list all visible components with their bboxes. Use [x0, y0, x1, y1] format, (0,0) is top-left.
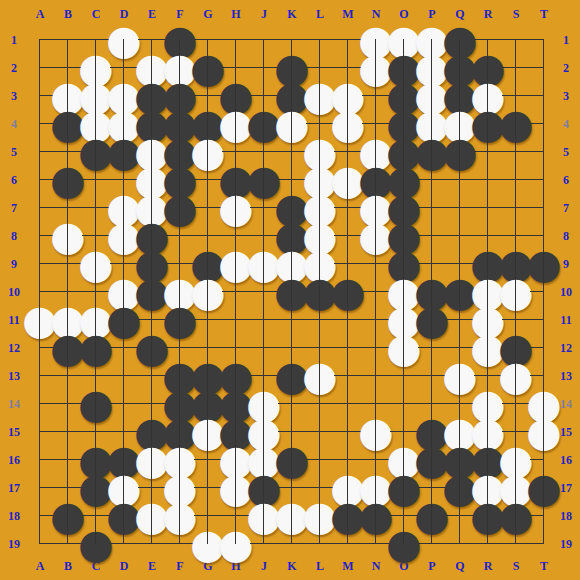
intersection-K8[interactable]: ● [278, 222, 306, 250]
intersection-B17[interactable] [54, 474, 82, 502]
intersection-F14[interactable]: ● [166, 390, 194, 418]
intersection-K15[interactable] [278, 418, 306, 446]
intersection-A19[interactable] [26, 530, 54, 558]
intersection-F17[interactable]: ● [166, 474, 194, 502]
intersection-D10[interactable]: ● [110, 278, 138, 306]
intersection-H17[interactable]: ● [222, 474, 250, 502]
intersection-Q14[interactable] [446, 390, 474, 418]
intersection-K3[interactable]: ● [278, 82, 306, 110]
intersection-O1[interactable]: ● [390, 26, 418, 54]
intersection-A8[interactable] [26, 222, 54, 250]
intersection-P5[interactable]: ● [418, 138, 446, 166]
intersection-D9[interactable] [110, 250, 138, 278]
intersection-H14[interactable]: ● [222, 390, 250, 418]
intersection-P9[interactable] [418, 250, 446, 278]
intersection-R16[interactable]: ● [474, 446, 502, 474]
intersection-Q13[interactable]: ● [446, 362, 474, 390]
intersection-T9[interactable]: ● [530, 250, 558, 278]
intersection-K19[interactable] [278, 530, 306, 558]
intersection-Q3[interactable]: ● [446, 82, 474, 110]
intersection-E6[interactable]: ● [138, 166, 166, 194]
intersection-R11[interactable]: ● [474, 306, 502, 334]
intersection-P14[interactable] [418, 390, 446, 418]
intersection-E18[interactable]: ● [138, 502, 166, 530]
intersection-S19[interactable] [502, 530, 530, 558]
intersection-M18[interactable]: ● [334, 502, 362, 530]
intersection-S8[interactable] [502, 222, 530, 250]
intersection-C12[interactable]: ● [82, 334, 110, 362]
intersection-D2[interactable] [110, 54, 138, 82]
intersection-J14[interactable]: ● [250, 390, 278, 418]
intersection-A15[interactable] [26, 418, 54, 446]
intersection-T12[interactable] [530, 334, 558, 362]
intersection-O12[interactable]: ● [390, 334, 418, 362]
intersection-Q9[interactable] [446, 250, 474, 278]
intersection-A13[interactable] [26, 362, 54, 390]
intersection-E16[interactable]: ● [138, 446, 166, 474]
intersection-C16[interactable]: ● [82, 446, 110, 474]
intersection-K6[interactable] [278, 166, 306, 194]
intersection-H15[interactable]: ● [222, 418, 250, 446]
intersection-G7[interactable] [194, 194, 222, 222]
intersection-F2[interactable]: ● [166, 54, 194, 82]
intersection-T8[interactable] [530, 222, 558, 250]
intersection-P12[interactable] [418, 334, 446, 362]
intersection-M9[interactable] [334, 250, 362, 278]
intersection-Q4[interactable]: ● [446, 110, 474, 138]
intersection-D18[interactable]: ● [110, 502, 138, 530]
intersection-C14[interactable]: ● [82, 390, 110, 418]
intersection-K7[interactable]: ● [278, 194, 306, 222]
intersection-N12[interactable] [362, 334, 390, 362]
intersection-G14[interactable]: ● [194, 390, 222, 418]
intersection-D5[interactable]: ● [110, 138, 138, 166]
intersection-O2[interactable]: ● [390, 54, 418, 82]
intersection-N9[interactable] [362, 250, 390, 278]
intersection-F16[interactable]: ● [166, 446, 194, 474]
intersection-J9[interactable]: ● [250, 250, 278, 278]
intersection-M3[interactable]: ● [334, 82, 362, 110]
intersection-O3[interactable]: ● [390, 82, 418, 110]
intersection-S11[interactable] [502, 306, 530, 334]
intersection-K12[interactable] [278, 334, 306, 362]
intersection-K18[interactable]: ● [278, 502, 306, 530]
intersection-T18[interactable] [530, 502, 558, 530]
intersection-A17[interactable] [26, 474, 54, 502]
intersection-J16[interactable]: ● [250, 446, 278, 474]
intersection-C13[interactable] [82, 362, 110, 390]
intersection-R19[interactable] [474, 530, 502, 558]
intersection-O15[interactable] [390, 418, 418, 446]
intersection-A9[interactable] [26, 250, 54, 278]
intersection-J12[interactable] [250, 334, 278, 362]
intersection-P2[interactable]: ● [418, 54, 446, 82]
intersection-P18[interactable]: ● [418, 502, 446, 530]
intersection-H19[interactable]: ● [222, 530, 250, 558]
intersection-F18[interactable]: ● [166, 502, 194, 530]
intersection-M13[interactable] [334, 362, 362, 390]
intersection-S1[interactable] [502, 26, 530, 54]
intersection-P10[interactable]: ● [418, 278, 446, 306]
intersection-Q7[interactable] [446, 194, 474, 222]
intersection-M8[interactable] [334, 222, 362, 250]
intersection-G5[interactable]: ● [194, 138, 222, 166]
intersection-D14[interactable] [110, 390, 138, 418]
intersection-J13[interactable] [250, 362, 278, 390]
intersection-A4[interactable] [26, 110, 54, 138]
intersection-A7[interactable] [26, 194, 54, 222]
intersection-H5[interactable] [222, 138, 250, 166]
intersection-B3[interactable]: ● [54, 82, 82, 110]
intersection-D3[interactable]: ● [110, 82, 138, 110]
intersection-R2[interactable]: ● [474, 54, 502, 82]
intersection-O13[interactable] [390, 362, 418, 390]
intersection-K2[interactable]: ● [278, 54, 306, 82]
intersection-A1[interactable] [26, 26, 54, 54]
intersection-S9[interactable]: ● [502, 250, 530, 278]
intersection-S17[interactable]: ● [502, 474, 530, 502]
intersection-F7[interactable]: ● [166, 194, 194, 222]
intersection-Q1[interactable]: ● [446, 26, 474, 54]
intersection-J5[interactable] [250, 138, 278, 166]
intersection-G1[interactable] [194, 26, 222, 54]
intersection-S13[interactable]: ● [502, 362, 530, 390]
intersection-G8[interactable] [194, 222, 222, 250]
intersection-A3[interactable] [26, 82, 54, 110]
intersection-C17[interactable]: ● [82, 474, 110, 502]
intersection-A6[interactable] [26, 166, 54, 194]
intersection-R14[interactable]: ● [474, 390, 502, 418]
intersection-A18[interactable] [26, 502, 54, 530]
intersection-F9[interactable] [166, 250, 194, 278]
intersection-G19[interactable]: ● [194, 530, 222, 558]
intersection-P17[interactable] [418, 474, 446, 502]
intersection-C2[interactable]: ● [82, 54, 110, 82]
intersection-M4[interactable]: ● [334, 110, 362, 138]
intersection-Q12[interactable] [446, 334, 474, 362]
intersection-L17[interactable] [306, 474, 334, 502]
intersection-Q2[interactable]: ● [446, 54, 474, 82]
intersection-B5[interactable] [54, 138, 82, 166]
intersection-T19[interactable] [530, 530, 558, 558]
intersection-J15[interactable]: ● [250, 418, 278, 446]
intersection-R6[interactable] [474, 166, 502, 194]
intersection-N7[interactable]: ● [362, 194, 390, 222]
intersection-J8[interactable] [250, 222, 278, 250]
intersection-K4[interactable]: ● [278, 110, 306, 138]
intersection-R10[interactable]: ● [474, 278, 502, 306]
intersection-H4[interactable]: ● [222, 110, 250, 138]
intersection-L18[interactable]: ● [306, 502, 334, 530]
intersection-R7[interactable] [474, 194, 502, 222]
intersection-M11[interactable] [334, 306, 362, 334]
intersection-N10[interactable] [362, 278, 390, 306]
intersection-D13[interactable] [110, 362, 138, 390]
intersection-O6[interactable]: ● [390, 166, 418, 194]
intersection-D12[interactable] [110, 334, 138, 362]
intersection-H8[interactable] [222, 222, 250, 250]
intersection-H11[interactable] [222, 306, 250, 334]
intersection-M7[interactable] [334, 194, 362, 222]
intersection-K16[interactable]: ● [278, 446, 306, 474]
intersection-L19[interactable] [306, 530, 334, 558]
intersection-M6[interactable]: ● [334, 166, 362, 194]
intersection-S2[interactable] [502, 54, 530, 82]
intersection-H10[interactable] [222, 278, 250, 306]
intersection-C4[interactable]: ● [82, 110, 110, 138]
intersection-O19[interactable]: ● [390, 530, 418, 558]
intersection-B7[interactable] [54, 194, 82, 222]
intersection-F10[interactable]: ● [166, 278, 194, 306]
intersection-C8[interactable] [82, 222, 110, 250]
intersection-K10[interactable]: ● [278, 278, 306, 306]
intersection-E15[interactable]: ● [138, 418, 166, 446]
intersection-L11[interactable] [306, 306, 334, 334]
intersection-P8[interactable] [418, 222, 446, 250]
intersection-F11[interactable]: ● [166, 306, 194, 334]
intersection-B12[interactable]: ● [54, 334, 82, 362]
intersection-B10[interactable] [54, 278, 82, 306]
intersection-L7[interactable]: ● [306, 194, 334, 222]
intersection-F15[interactable]: ● [166, 418, 194, 446]
intersection-N14[interactable] [362, 390, 390, 418]
intersection-T10[interactable] [530, 278, 558, 306]
intersection-M10[interactable]: ● [334, 278, 362, 306]
intersection-Q8[interactable] [446, 222, 474, 250]
intersection-E11[interactable] [138, 306, 166, 334]
intersection-T17[interactable]: ● [530, 474, 558, 502]
intersection-M17[interactable]: ● [334, 474, 362, 502]
intersection-B14[interactable] [54, 390, 82, 418]
intersection-L12[interactable] [306, 334, 334, 362]
intersection-M5[interactable] [334, 138, 362, 166]
intersection-T13[interactable] [530, 362, 558, 390]
intersection-E5[interactable]: ● [138, 138, 166, 166]
intersection-N16[interactable] [362, 446, 390, 474]
intersection-L1[interactable] [306, 26, 334, 54]
intersection-B4[interactable]: ● [54, 110, 82, 138]
intersection-J18[interactable]: ● [250, 502, 278, 530]
intersection-S10[interactable]: ● [502, 278, 530, 306]
intersection-C6[interactable] [82, 166, 110, 194]
intersection-N19[interactable] [362, 530, 390, 558]
intersection-A10[interactable] [26, 278, 54, 306]
intersection-C1[interactable] [82, 26, 110, 54]
intersection-G10[interactable]: ● [194, 278, 222, 306]
intersection-E12[interactable]: ● [138, 334, 166, 362]
intersection-N3[interactable] [362, 82, 390, 110]
intersection-E17[interactable] [138, 474, 166, 502]
intersection-L13[interactable]: ● [306, 362, 334, 390]
intersection-E9[interactable]: ● [138, 250, 166, 278]
intersection-P16[interactable]: ● [418, 446, 446, 474]
intersection-Q10[interactable]: ● [446, 278, 474, 306]
intersection-O11[interactable]: ● [390, 306, 418, 334]
intersection-O9[interactable]: ● [390, 250, 418, 278]
intersection-T1[interactable] [530, 26, 558, 54]
intersection-G18[interactable] [194, 502, 222, 530]
intersection-L9[interactable]: ● [306, 250, 334, 278]
intersection-K11[interactable] [278, 306, 306, 334]
intersection-E4[interactable]: ● [138, 110, 166, 138]
intersection-O14[interactable] [390, 390, 418, 418]
intersection-L5[interactable]: ● [306, 138, 334, 166]
intersection-J11[interactable] [250, 306, 278, 334]
intersection-L6[interactable]: ● [306, 166, 334, 194]
intersection-F12[interactable] [166, 334, 194, 362]
intersection-T7[interactable] [530, 194, 558, 222]
intersection-M16[interactable] [334, 446, 362, 474]
intersection-N18[interactable]: ● [362, 502, 390, 530]
intersection-S7[interactable] [502, 194, 530, 222]
intersection-O5[interactable]: ● [390, 138, 418, 166]
intersection-H9[interactable]: ● [222, 250, 250, 278]
intersection-L10[interactable]: ● [306, 278, 334, 306]
intersection-D15[interactable] [110, 418, 138, 446]
intersection-C3[interactable]: ● [82, 82, 110, 110]
intersection-P3[interactable]: ● [418, 82, 446, 110]
intersection-K13[interactable]: ● [278, 362, 306, 390]
intersection-S5[interactable] [502, 138, 530, 166]
intersection-H3[interactable]: ● [222, 82, 250, 110]
intersection-N17[interactable]: ● [362, 474, 390, 502]
intersection-L4[interactable] [306, 110, 334, 138]
intersection-L15[interactable] [306, 418, 334, 446]
intersection-G6[interactable] [194, 166, 222, 194]
intersection-M12[interactable] [334, 334, 362, 362]
intersection-P11[interactable]: ● [418, 306, 446, 334]
intersection-B13[interactable] [54, 362, 82, 390]
intersection-B6[interactable]: ● [54, 166, 82, 194]
intersection-O7[interactable]: ● [390, 194, 418, 222]
intersection-T4[interactable] [530, 110, 558, 138]
intersection-B9[interactable] [54, 250, 82, 278]
intersection-C18[interactable] [82, 502, 110, 530]
intersection-Q6[interactable] [446, 166, 474, 194]
intersection-M15[interactable] [334, 418, 362, 446]
intersection-G15[interactable]: ● [194, 418, 222, 446]
intersection-O8[interactable]: ● [390, 222, 418, 250]
intersection-G4[interactable]: ● [194, 110, 222, 138]
intersection-S15[interactable] [502, 418, 530, 446]
intersection-Q15[interactable]: ● [446, 418, 474, 446]
intersection-D19[interactable] [110, 530, 138, 558]
intersection-M19[interactable] [334, 530, 362, 558]
intersection-R3[interactable]: ● [474, 82, 502, 110]
intersection-M1[interactable] [334, 26, 362, 54]
intersection-N11[interactable] [362, 306, 390, 334]
intersection-C15[interactable] [82, 418, 110, 446]
intersection-P6[interactable] [418, 166, 446, 194]
intersection-K9[interactable]: ● [278, 250, 306, 278]
intersection-E7[interactable]: ● [138, 194, 166, 222]
intersection-L14[interactable] [306, 390, 334, 418]
intersection-R18[interactable]: ● [474, 502, 502, 530]
intersection-S3[interactable] [502, 82, 530, 110]
intersection-Q18[interactable] [446, 502, 474, 530]
intersection-F3[interactable]: ● [166, 82, 194, 110]
intersection-R9[interactable]: ● [474, 250, 502, 278]
intersection-E10[interactable]: ● [138, 278, 166, 306]
intersection-G3[interactable] [194, 82, 222, 110]
intersection-M14[interactable] [334, 390, 362, 418]
intersection-T6[interactable] [530, 166, 558, 194]
intersection-A12[interactable] [26, 334, 54, 362]
intersection-D7[interactable]: ● [110, 194, 138, 222]
intersection-E3[interactable]: ● [138, 82, 166, 110]
intersection-J2[interactable] [250, 54, 278, 82]
intersection-D8[interactable]: ● [110, 222, 138, 250]
intersection-B16[interactable] [54, 446, 82, 474]
intersection-G16[interactable] [194, 446, 222, 474]
intersection-L2[interactable] [306, 54, 334, 82]
intersection-P13[interactable] [418, 362, 446, 390]
intersection-H16[interactable]: ● [222, 446, 250, 474]
intersection-J6[interactable]: ● [250, 166, 278, 194]
intersection-N1[interactable]: ● [362, 26, 390, 54]
intersection-C5[interactable]: ● [82, 138, 110, 166]
intersection-H18[interactable] [222, 502, 250, 530]
intersection-H2[interactable] [222, 54, 250, 82]
intersection-F6[interactable]: ● [166, 166, 194, 194]
intersection-J19[interactable] [250, 530, 278, 558]
intersection-S12[interactable]: ● [502, 334, 530, 362]
intersection-R17[interactable]: ● [474, 474, 502, 502]
intersection-K5[interactable] [278, 138, 306, 166]
intersection-S16[interactable]: ● [502, 446, 530, 474]
intersection-J17[interactable]: ● [250, 474, 278, 502]
intersection-T5[interactable] [530, 138, 558, 166]
intersection-H7[interactable]: ● [222, 194, 250, 222]
intersection-E19[interactable] [138, 530, 166, 558]
intersection-C10[interactable] [82, 278, 110, 306]
intersection-D6[interactable] [110, 166, 138, 194]
intersection-H12[interactable] [222, 334, 250, 362]
intersection-G11[interactable] [194, 306, 222, 334]
intersection-O17[interactable]: ● [390, 474, 418, 502]
intersection-T14[interactable]: ● [530, 390, 558, 418]
intersection-R4[interactable]: ● [474, 110, 502, 138]
intersection-N4[interactable] [362, 110, 390, 138]
intersection-T16[interactable] [530, 446, 558, 474]
intersection-G13[interactable]: ● [194, 362, 222, 390]
intersection-R5[interactable] [474, 138, 502, 166]
intersection-T15[interactable]: ● [530, 418, 558, 446]
intersection-N8[interactable]: ● [362, 222, 390, 250]
intersection-P15[interactable]: ● [418, 418, 446, 446]
intersection-D4[interactable]: ● [110, 110, 138, 138]
intersection-F8[interactable] [166, 222, 194, 250]
intersection-F1[interactable]: ● [166, 26, 194, 54]
intersection-E2[interactable]: ● [138, 54, 166, 82]
intersection-A14[interactable] [26, 390, 54, 418]
intersection-S14[interactable] [502, 390, 530, 418]
intersection-S6[interactable] [502, 166, 530, 194]
intersection-B1[interactable] [54, 26, 82, 54]
intersection-D1[interactable]: ● [110, 26, 138, 54]
intersection-G12[interactable] [194, 334, 222, 362]
intersection-O10[interactable]: ● [390, 278, 418, 306]
intersection-N2[interactable]: ● [362, 54, 390, 82]
intersection-T11[interactable] [530, 306, 558, 334]
intersection-J1[interactable] [250, 26, 278, 54]
intersection-F4[interactable]: ● [166, 110, 194, 138]
intersection-S18[interactable]: ● [502, 502, 530, 530]
intersection-G2[interactable]: ● [194, 54, 222, 82]
intersection-C7[interactable] [82, 194, 110, 222]
intersection-A5[interactable] [26, 138, 54, 166]
intersection-P19[interactable] [418, 530, 446, 558]
